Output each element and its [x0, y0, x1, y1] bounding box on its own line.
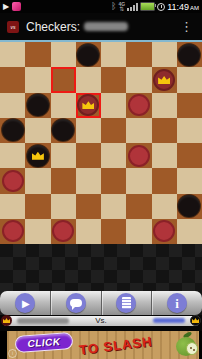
- square-r7c1: [25, 219, 50, 244]
- red-man-piece[interactable]: [128, 94, 150, 116]
- pink-app-icon: [12, 2, 21, 11]
- red-man-piece[interactable]: [2, 220, 24, 242]
- apple-icon: [176, 334, 198, 358]
- square-r2c6: [152, 93, 177, 118]
- crown-icon: [158, 76, 170, 84]
- square-r5c6[interactable]: [152, 168, 177, 193]
- square-r0c2: [51, 42, 76, 67]
- square-r4c1[interactable]: [25, 143, 50, 168]
- square-r4c7[interactable]: [177, 143, 202, 168]
- square-r2c5[interactable]: [126, 93, 151, 118]
- network-arrows-icon: ⇅: [119, 6, 124, 12]
- square-r6c2: [51, 194, 76, 219]
- red-man-piece[interactable]: [128, 145, 150, 167]
- crown-icon: [32, 152, 44, 160]
- page-title: Checkers:: [26, 20, 80, 34]
- square-r1c6[interactable]: [152, 67, 177, 92]
- checkers-app-icon: vs: [7, 21, 19, 33]
- crown-icon: [82, 101, 94, 109]
- square-r4c0: [0, 143, 25, 168]
- red-man-piece[interactable]: [2, 170, 24, 192]
- overflow-menu-icon[interactable]: ⋮: [178, 20, 195, 33]
- black-king-piece[interactable]: [27, 145, 49, 167]
- square-r5c2[interactable]: [51, 168, 76, 193]
- square-r7c6[interactable]: [152, 219, 177, 244]
- square-r0c6: [152, 42, 177, 67]
- signal-bars-icon: [127, 3, 138, 11]
- square-r3c1: [25, 118, 50, 143]
- square-r1c1: [25, 67, 50, 92]
- status-time: 11:49 AM: [167, 2, 199, 12]
- move-list-button[interactable]: [101, 291, 152, 315]
- square-r3c2[interactable]: [51, 118, 76, 143]
- square-r3c7: [177, 118, 202, 143]
- square-r1c2[interactable]: [51, 67, 76, 92]
- ad-container: CLICK TO SLASH i: [0, 331, 202, 359]
- black-man-piece[interactable]: [77, 44, 99, 66]
- square-r4c2: [51, 143, 76, 168]
- square-r4c5[interactable]: [126, 143, 151, 168]
- right-player-name-redacted: [153, 318, 185, 323]
- square-r2c7[interactable]: [177, 93, 202, 118]
- square-r0c1[interactable]: [25, 42, 50, 67]
- phone-screen: ▶ ᛒ 4G ⇅ 11:49 AM vs Checkers: ⋮: [0, 0, 202, 359]
- title-bar: vs Checkers: ⋮: [0, 13, 202, 40]
- square-r0c3[interactable]: [76, 42, 101, 67]
- game-toolbar: ▶ i: [0, 291, 202, 315]
- square-r6c4: [101, 194, 126, 219]
- square-r0c0: [0, 42, 25, 67]
- players-bar: Vs.: [0, 315, 202, 331]
- square-r1c4[interactable]: [101, 67, 126, 92]
- square-r5c0[interactable]: [0, 168, 25, 193]
- square-r6c0: [0, 194, 25, 219]
- square-r7c7: [177, 219, 202, 244]
- square-r7c0[interactable]: [0, 219, 25, 244]
- info-button[interactable]: i: [151, 291, 202, 315]
- square-r7c5: [126, 219, 151, 244]
- square-r0c4: [101, 42, 126, 67]
- square-r5c5: [126, 168, 151, 193]
- square-r2c2: [51, 93, 76, 118]
- info-icon: i: [167, 293, 187, 313]
- square-r6c6: [152, 194, 177, 219]
- square-r3c4[interactable]: [101, 118, 126, 143]
- square-r7c2[interactable]: [51, 219, 76, 244]
- black-man-piece[interactable]: [178, 195, 200, 217]
- square-r1c7: [177, 67, 202, 92]
- meridiem-text: AM: [190, 5, 199, 11]
- right-player-crown-icon: [190, 315, 201, 326]
- square-r6c5[interactable]: [126, 194, 151, 219]
- network-4g-icon: 4G ⇅: [118, 2, 125, 12]
- square-r5c1: [25, 168, 50, 193]
- black-man-piece[interactable]: [178, 44, 200, 66]
- square-r5c4[interactable]: [101, 168, 126, 193]
- square-r2c4: [101, 93, 126, 118]
- square-r7c3: [76, 219, 101, 244]
- chat-button[interactable]: [50, 291, 101, 315]
- ad-click-button[interactable]: CLICK: [14, 332, 73, 353]
- square-r1c5: [126, 67, 151, 92]
- square-r6c3[interactable]: [76, 194, 101, 219]
- left-player-crown-icon: [1, 315, 12, 326]
- status-icons-right: ᛒ 4G ⇅ 11:49 AM: [111, 0, 199, 13]
- square-r2c0: [0, 93, 25, 118]
- time-text: 11:49: [167, 2, 189, 12]
- square-r2c1[interactable]: [25, 93, 50, 118]
- opponent-name-redacted: [84, 22, 128, 31]
- black-man-piece[interactable]: [52, 119, 74, 141]
- square-r3c3: [76, 118, 101, 143]
- ad-banner[interactable]: CLICK TO SLASH i: [7, 331, 199, 359]
- square-r3c5: [126, 118, 151, 143]
- red-man-piece[interactable]: [52, 220, 74, 242]
- alarm-clock-icon: [157, 3, 165, 11]
- square-r4c4: [101, 143, 126, 168]
- square-r2c3[interactable]: [76, 93, 101, 118]
- red-man-piece[interactable]: [153, 220, 175, 242]
- board[interactable]: [0, 42, 202, 244]
- square-r6c1[interactable]: [25, 194, 50, 219]
- status-bar: ▶ ᛒ 4G ⇅ 11:49 AM: [0, 0, 202, 13]
- square-r4c3[interactable]: [76, 143, 101, 168]
- square-r6c7[interactable]: [177, 194, 202, 219]
- square-r1c3: [76, 67, 101, 92]
- red-king-piece[interactable]: [153, 69, 175, 91]
- move-list-icon: [116, 293, 136, 313]
- square-r4c6: [152, 143, 177, 168]
- ad-info-watermark-icon: i: [8, 349, 17, 358]
- square-r5c7: [177, 168, 202, 193]
- red-king-piece[interactable]: [77, 94, 99, 116]
- square-r3c6[interactable]: [152, 118, 177, 143]
- square-r3c0[interactable]: [0, 118, 25, 143]
- ad-slash-text: TO SLASH: [78, 334, 153, 358]
- chat-icon: [66, 293, 86, 313]
- black-man-piece[interactable]: [27, 94, 49, 116]
- square-r0c7[interactable]: [177, 42, 202, 67]
- square-r1c0[interactable]: [0, 67, 25, 92]
- black-man-piece[interactable]: [2, 119, 24, 141]
- play-icon: ▶: [15, 293, 35, 313]
- play-status-icon: ▶: [3, 0, 9, 13]
- play-button[interactable]: ▶: [0, 291, 50, 315]
- battery-icon: [140, 2, 155, 11]
- square-r7c4[interactable]: [101, 219, 126, 244]
- square-r0c5[interactable]: [126, 42, 151, 67]
- square-r5c3: [76, 168, 101, 193]
- bluetooth-icon: ᛒ: [111, 0, 116, 13]
